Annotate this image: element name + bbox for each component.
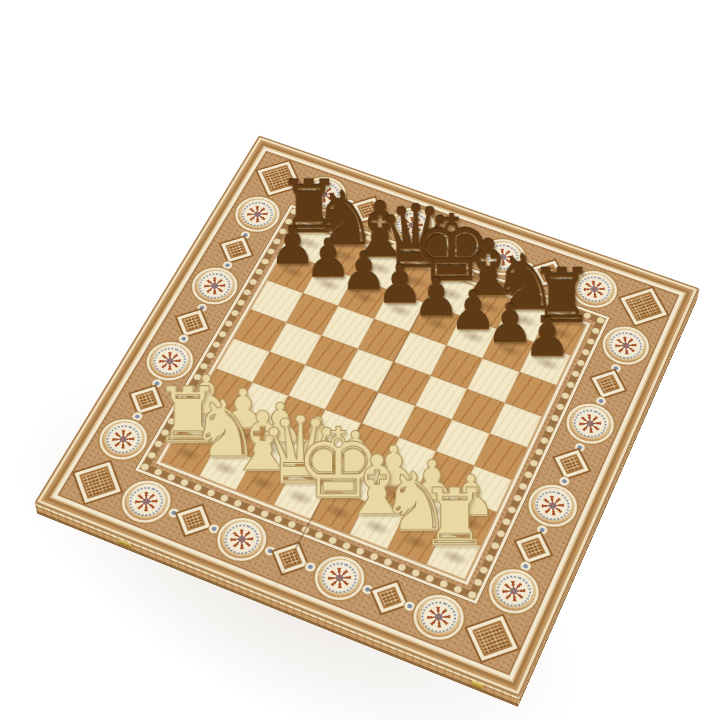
diamond-icon [620, 288, 667, 325]
rosette-hub [621, 342, 630, 350]
dot-icon [221, 260, 234, 270]
diamond-icon [353, 198, 384, 222]
photo-scene: ♜♞♝♛♚♝♞♜♟♟♟♟♟♟♟♟♟♟♟♟♟♟♟♟♜♞♝♛♚♝♞♜ [0, 0, 720, 720]
diamond-icon [177, 310, 208, 336]
rosette-hub [165, 357, 175, 365]
chess-board: ♜♞♝♛♚♝♞♜♟♟♟♟♟♟♟♟♟♟♟♟♟♟♟♟♜♞♝♛♚♝♞♜ [35, 136, 700, 697]
brass-hinge [118, 539, 132, 548]
product-photo: ♜♞♝♛♚♝♞♜♟♟♟♟♟♟♟♟♟♟♟♟♟♟♟♟♜♞♝♛♚♝♞♜ [0, 0, 720, 720]
rosette-hub [590, 286, 599, 293]
rosette-hub [253, 211, 262, 218]
rosette-icon [477, 236, 529, 278]
diamond-icon [221, 237, 252, 262]
dot-icon [470, 243, 482, 253]
diamond-icon [257, 161, 300, 195]
diamond-icon [532, 260, 564, 285]
rosette-icon [387, 205, 439, 246]
dot-icon [177, 334, 190, 345]
rosette-hub [498, 253, 507, 260]
piece-glyph: ♜ [419, 477, 490, 556]
rosette-hub [320, 191, 329, 198]
rosette-hub [408, 222, 417, 229]
rosette-hub [210, 282, 219, 289]
dot-icon [562, 275, 574, 285]
